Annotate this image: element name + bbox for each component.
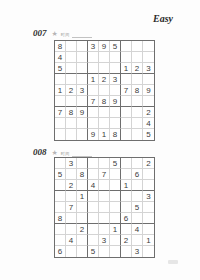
sudoku-cell bbox=[66, 74, 77, 85]
sudoku-cell bbox=[66, 63, 77, 74]
sudoku-cell: 9 bbox=[99, 41, 110, 52]
sudoku-cell bbox=[77, 202, 88, 213]
sudoku-cell bbox=[88, 235, 99, 246]
sudoku-cell: 8 bbox=[132, 85, 143, 96]
sudoku-cell: 3 bbox=[132, 246, 143, 257]
sudoku-cell bbox=[143, 74, 154, 85]
sudoku-cell bbox=[110, 52, 121, 63]
time-label: 时间 bbox=[61, 152, 70, 156]
sudoku-cell bbox=[121, 52, 132, 63]
sudoku-cell bbox=[88, 202, 99, 213]
sudoku-cell bbox=[55, 158, 66, 169]
sudoku-cell bbox=[77, 158, 88, 169]
sudoku-cell bbox=[132, 180, 143, 191]
sudoku-cell bbox=[77, 118, 88, 129]
sudoku-cell: 4 bbox=[132, 224, 143, 235]
sudoku-cell bbox=[88, 63, 99, 74]
sudoku-cell bbox=[66, 52, 77, 63]
star-icon: ★ bbox=[52, 30, 58, 37]
sudoku-cell: 7 bbox=[99, 169, 110, 180]
sudoku-cell bbox=[55, 96, 66, 107]
sudoku-cell: 3 bbox=[143, 191, 154, 202]
sudoku-cell bbox=[77, 41, 88, 52]
sudoku-cell: 2 bbox=[143, 158, 154, 169]
time-blank-line bbox=[72, 32, 92, 38]
sudoku-cell: 4 bbox=[143, 118, 154, 129]
sudoku-cell bbox=[132, 41, 143, 52]
sudoku-cell: 8 bbox=[55, 41, 66, 52]
sudoku-cell bbox=[77, 63, 88, 74]
sudoku-cell bbox=[110, 118, 121, 129]
sudoku-cell bbox=[55, 235, 66, 246]
sudoku-cell: 6 bbox=[55, 246, 66, 257]
sudoku-cell bbox=[66, 169, 77, 180]
sudoku-cell: 8 bbox=[110, 129, 121, 140]
sudoku-cell bbox=[143, 41, 154, 52]
sudoku-cell: 5 bbox=[143, 129, 154, 140]
sudoku-cell: 2 bbox=[132, 63, 143, 74]
sudoku-cell: 4 bbox=[88, 180, 99, 191]
sudoku-cell bbox=[143, 202, 154, 213]
sudoku-cell: 9 bbox=[110, 96, 121, 107]
sudoku-cell: 5 bbox=[110, 41, 121, 52]
sudoku-cell bbox=[66, 246, 77, 257]
sudoku-cell bbox=[110, 63, 121, 74]
sudoku-cell bbox=[88, 158, 99, 169]
sudoku-cell bbox=[132, 191, 143, 202]
sudoku-cell: 2 bbox=[121, 235, 132, 246]
sudoku-cell bbox=[55, 129, 66, 140]
sudoku-cell bbox=[110, 85, 121, 96]
sudoku-cell: 9 bbox=[143, 85, 154, 96]
sudoku-cell bbox=[88, 85, 99, 96]
sudoku-cell bbox=[121, 202, 132, 213]
sudoku-cell bbox=[55, 74, 66, 85]
sudoku-cell: 5 bbox=[55, 169, 66, 180]
sudoku-cell bbox=[77, 52, 88, 63]
sudoku-grid-008: 35258762411375862144321653 bbox=[54, 157, 155, 258]
sudoku-cell bbox=[88, 107, 99, 118]
sudoku-cell bbox=[121, 158, 132, 169]
sudoku-cell: 4 bbox=[55, 52, 66, 63]
puzzle-number: 008 bbox=[33, 147, 47, 157]
sudoku-cell: 4 bbox=[66, 235, 77, 246]
sudoku-cell bbox=[121, 129, 132, 140]
sudoku-cell: 6 bbox=[132, 169, 143, 180]
sudoku-cell bbox=[99, 85, 110, 96]
sudoku-cell: 9 bbox=[77, 107, 88, 118]
sudoku-cell bbox=[88, 118, 99, 129]
sudoku-cell bbox=[99, 158, 110, 169]
sudoku-cell: 2 bbox=[77, 224, 88, 235]
sudoku-cell: 3 bbox=[77, 85, 88, 96]
sudoku-cell bbox=[55, 224, 66, 235]
star-icon: ★ bbox=[52, 149, 58, 156]
sudoku-cell: 1 bbox=[121, 63, 132, 74]
sudoku-cell bbox=[132, 235, 143, 246]
sudoku-cell bbox=[121, 96, 132, 107]
sudoku-cell bbox=[132, 213, 143, 224]
page: Easy 007 ★ 时间 83954512312312378978978924… bbox=[0, 0, 200, 280]
sudoku-cell: 6 bbox=[121, 213, 132, 224]
sudoku-cell bbox=[88, 169, 99, 180]
sudoku-cell bbox=[77, 96, 88, 107]
sudoku-cell bbox=[99, 246, 110, 257]
sudoku-cell: 2 bbox=[66, 180, 77, 191]
sudoku-cell bbox=[99, 107, 110, 118]
sudoku-cell: 7 bbox=[121, 85, 132, 96]
sudoku-cell bbox=[55, 180, 66, 191]
sudoku-cell bbox=[77, 213, 88, 224]
sudoku-cell bbox=[99, 52, 110, 63]
sudoku-cell bbox=[55, 202, 66, 213]
sudoku-cell bbox=[143, 213, 154, 224]
sudoku-cell bbox=[55, 118, 66, 129]
sudoku-cell: 5 bbox=[110, 158, 121, 169]
sudoku-cell bbox=[121, 107, 132, 118]
sudoku-cell: 3 bbox=[110, 74, 121, 85]
sudoku-cell bbox=[88, 191, 99, 202]
sudoku-cell bbox=[66, 224, 77, 235]
sudoku-cell bbox=[110, 235, 121, 246]
sudoku-cell bbox=[99, 224, 110, 235]
sudoku-cell bbox=[77, 235, 88, 246]
sudoku-cell bbox=[121, 224, 132, 235]
sudoku-cell bbox=[66, 213, 77, 224]
sudoku-cell: 5 bbox=[55, 63, 66, 74]
sudoku-cell bbox=[88, 213, 99, 224]
sudoku-cell: 8 bbox=[77, 169, 88, 180]
sudoku-cell bbox=[66, 129, 77, 140]
sudoku-grid-007: 839545123123123789789789249185 bbox=[54, 40, 155, 141]
sudoku-cell bbox=[132, 118, 143, 129]
sudoku-cell bbox=[121, 191, 132, 202]
sudoku-cell bbox=[110, 213, 121, 224]
sudoku-cell bbox=[110, 107, 121, 118]
sudoku-cell bbox=[99, 118, 110, 129]
sudoku-cell bbox=[121, 169, 132, 180]
sudoku-cell: 8 bbox=[66, 107, 77, 118]
sudoku-cell bbox=[99, 213, 110, 224]
sudoku-cell bbox=[143, 224, 154, 235]
time-label: 时间 bbox=[61, 33, 70, 37]
sudoku-cell bbox=[77, 246, 88, 257]
sudoku-cell bbox=[110, 180, 121, 191]
page-number-faint bbox=[168, 260, 178, 264]
sudoku-cell bbox=[143, 96, 154, 107]
sudoku-cell: 7 bbox=[66, 202, 77, 213]
sudoku-cell bbox=[55, 191, 66, 202]
sudoku-cell bbox=[132, 158, 143, 169]
sudoku-cell bbox=[121, 74, 132, 85]
sudoku-cell bbox=[143, 52, 154, 63]
sudoku-cell bbox=[99, 63, 110, 74]
sudoku-cell bbox=[121, 41, 132, 52]
sudoku-cell: 1 bbox=[55, 85, 66, 96]
sudoku-cell bbox=[132, 107, 143, 118]
sudoku-cell bbox=[132, 74, 143, 85]
sudoku-cell: 7 bbox=[88, 96, 99, 107]
sudoku-cell bbox=[110, 169, 121, 180]
sudoku-cell bbox=[132, 129, 143, 140]
sudoku-cell: 1 bbox=[121, 180, 132, 191]
sudoku-cell bbox=[143, 246, 154, 257]
sudoku-cell: 2 bbox=[143, 107, 154, 118]
sudoku-cell: 1 bbox=[143, 235, 154, 246]
sudoku-cell: 2 bbox=[99, 74, 110, 85]
sudoku-cell: 3 bbox=[88, 41, 99, 52]
puzzle-number: 007 bbox=[33, 28, 47, 38]
sudoku-cell bbox=[132, 96, 143, 107]
puzzle-008-header: 008 ★ 时间 bbox=[33, 146, 92, 157]
sudoku-cell bbox=[99, 191, 110, 202]
sudoku-cell: 2 bbox=[66, 85, 77, 96]
sudoku-cell bbox=[88, 52, 99, 63]
sudoku-cell bbox=[88, 224, 99, 235]
sudoku-cell: 3 bbox=[143, 63, 154, 74]
sudoku-cell bbox=[66, 41, 77, 52]
sudoku-cell bbox=[99, 180, 110, 191]
sudoku-cell bbox=[143, 169, 154, 180]
sudoku-cell: 1 bbox=[77, 191, 88, 202]
sudoku-cell: 7 bbox=[55, 107, 66, 118]
sudoku-cell bbox=[66, 118, 77, 129]
sudoku-cell bbox=[99, 202, 110, 213]
sudoku-cell: 1 bbox=[99, 129, 110, 140]
sudoku-cell bbox=[77, 180, 88, 191]
sudoku-cell bbox=[66, 191, 77, 202]
sudoku-cell: 9 bbox=[88, 129, 99, 140]
sudoku-cell bbox=[132, 52, 143, 63]
puzzle-007-header: 007 ★ 时间 bbox=[33, 27, 92, 38]
sudoku-cell bbox=[110, 246, 121, 257]
sudoku-cell bbox=[66, 96, 77, 107]
difficulty-label: Easy bbox=[153, 13, 173, 24]
sudoku-cell bbox=[110, 202, 121, 213]
sudoku-cell: 5 bbox=[88, 246, 99, 257]
sudoku-cell: 1 bbox=[88, 74, 99, 85]
sudoku-cell bbox=[121, 246, 132, 257]
sudoku-cell: 1 bbox=[110, 224, 121, 235]
sudoku-cell bbox=[77, 129, 88, 140]
sudoku-cell: 3 bbox=[66, 158, 77, 169]
sudoku-cell: 5 bbox=[132, 202, 143, 213]
sudoku-cell bbox=[77, 74, 88, 85]
sudoku-cell: 8 bbox=[55, 213, 66, 224]
sudoku-cell bbox=[121, 118, 132, 129]
sudoku-cell bbox=[110, 191, 121, 202]
sudoku-cell: 8 bbox=[99, 96, 110, 107]
sudoku-cell bbox=[143, 180, 154, 191]
sudoku-cell: 3 bbox=[99, 235, 110, 246]
